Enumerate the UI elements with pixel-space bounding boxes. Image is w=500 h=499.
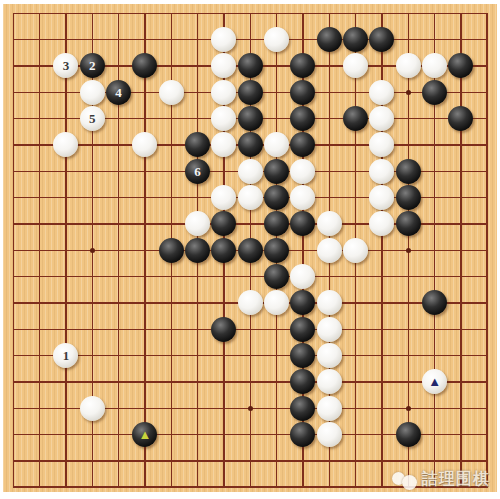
watermark-circle-icon (402, 475, 417, 490)
star-point (406, 90, 411, 95)
white-stone (159, 80, 184, 105)
move-number-label: 5 (89, 112, 96, 125)
star-point (90, 248, 95, 253)
black-stone (238, 80, 263, 105)
black-stone (264, 159, 289, 184)
grid-line-horizontal (13, 381, 488, 383)
white-stone (317, 238, 342, 263)
white-stone: 5 (80, 106, 105, 131)
white-stone (317, 396, 342, 421)
black-stone (159, 238, 184, 263)
go-diagram-screen: 324561▲▲ 詰理围棋 (0, 0, 500, 499)
white-stone (317, 343, 342, 368)
star-point (248, 406, 253, 411)
white-stone (317, 317, 342, 342)
move-number-label: 1 (63, 349, 70, 362)
white-stone (317, 422, 342, 447)
grid-line-horizontal (13, 329, 488, 331)
black-stone (396, 159, 421, 184)
black-stone (422, 80, 447, 105)
watermark-logo-icon (392, 470, 418, 490)
star-point (406, 406, 411, 411)
black-stone (238, 106, 263, 131)
white-stone (80, 80, 105, 105)
black-stone (185, 238, 210, 263)
black-stone (396, 185, 421, 210)
move-number-label: 4 (115, 86, 122, 99)
black-stone (317, 27, 342, 52)
black-stone (264, 238, 289, 263)
white-stone (238, 185, 263, 210)
white-stone (238, 159, 263, 184)
grid-line-vertical (460, 13, 462, 488)
white-stone (343, 238, 368, 263)
black-stone: 6 (185, 159, 210, 184)
grid-line-horizontal (13, 355, 488, 357)
black-stone (396, 422, 421, 447)
grid-line-vertical (486, 13, 488, 488)
move-number-label: 6 (194, 165, 201, 178)
grid-line-horizontal (13, 460, 488, 462)
move-number-label: 2 (89, 59, 96, 72)
star-point (406, 248, 411, 253)
black-stone: 4 (106, 80, 131, 105)
triangle-marker-icon: ▲ (428, 375, 441, 388)
move-number-label: 3 (63, 59, 70, 72)
triangle-marker-icon: ▲ (139, 428, 152, 441)
white-stone (317, 369, 342, 394)
watermark: 詰理围棋 (392, 469, 490, 490)
grid-line-horizontal (13, 276, 488, 278)
watermark-text: 詰理围棋 (422, 469, 490, 490)
white-stone (80, 396, 105, 421)
black-stone (238, 238, 263, 263)
